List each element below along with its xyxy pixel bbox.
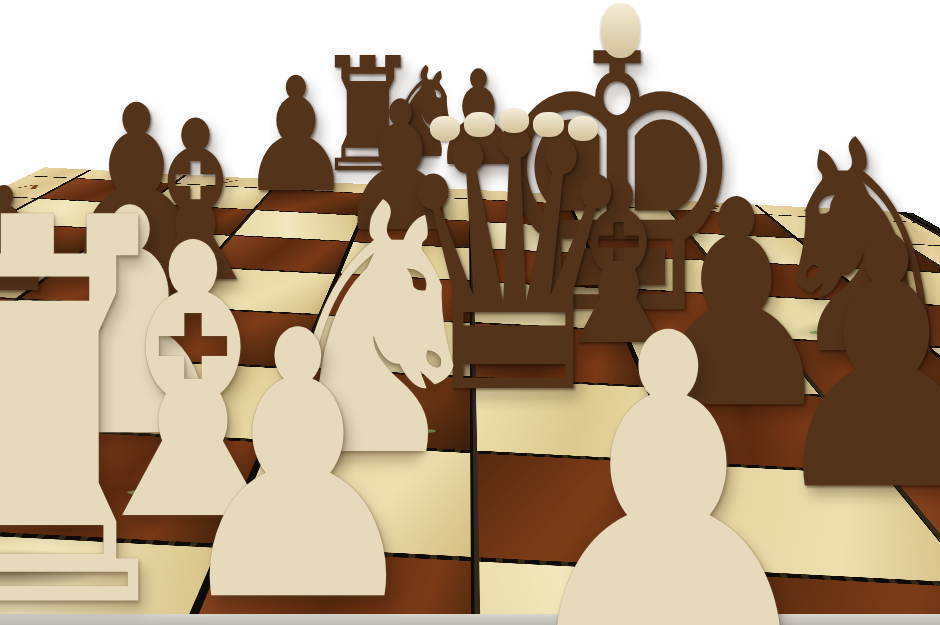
pieces-layer: ♞♟♜♟♟♟♝♟♚♝♞♛♟♟♞♟♝♜♟♟: [0, 0, 940, 625]
piece-shadow: [551, 316, 668, 342]
piece-shadow: [394, 344, 601, 389]
piece-shadow: [129, 254, 244, 279]
dark-pawn: ♟: [747, 192, 940, 539]
piece-shadow: [256, 173, 326, 188]
queen-finial: [568, 116, 599, 141]
felt-pad: [809, 329, 914, 336]
chess-set-photo: 87654321ABCDEFGH ♞♟♜♟♟♟♝♟♚♝♞♛♟♟♞♟♝♜♟♟: [0, 0, 940, 625]
piece-shadow: [204, 556, 368, 592]
photo-bottom-edge: [0, 614, 940, 625]
felt-pad: [835, 463, 938, 470]
queen-finial: [464, 112, 495, 137]
piece-shadow: [0, 540, 141, 598]
piece-shadow: [50, 399, 189, 429]
dark-pawn: ♟: [0, 168, 62, 312]
dark-pawn: ♟: [233, 56, 359, 214]
dark-knight: ♞: [745, 102, 940, 395]
piece-shadow: [487, 262, 712, 311]
king-finial: [601, 3, 640, 58]
queen-finial: [499, 108, 530, 133]
queen-finial: [533, 112, 564, 137]
queen-finial: [430, 116, 461, 141]
felt-pad: [127, 488, 258, 497]
dark-rook: ♜: [310, 36, 427, 194]
piece-shadow: [444, 150, 503, 163]
piece-shadow: [663, 374, 790, 402]
piece-shadow: [322, 151, 402, 168]
piece-shadow: [0, 274, 31, 288]
dark-bishop: ♝: [107, 92, 284, 313]
felt-pad: [312, 427, 436, 435]
piece-shadow: [354, 210, 434, 227]
white-pawn: ♟: [5, 168, 255, 480]
